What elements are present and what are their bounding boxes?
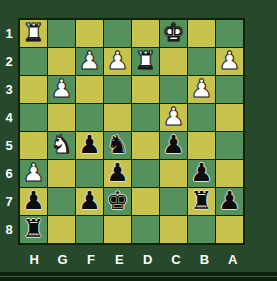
square-a2[interactable]: ♟ [216,48,243,75]
rank-label-8: 8 [0,216,18,244]
square-g6[interactable] [48,160,75,187]
square-a5[interactable] [216,132,243,159]
square-e5[interactable]: ♞ [104,132,131,159]
white-pawn[interactable]: ♟ [20,160,47,187]
square-c1[interactable]: ♚ [160,20,187,47]
black-pawn[interactable]: ♟ [216,188,243,215]
square-b6[interactable]: ♟ [188,160,215,187]
bottom-border-highlight [0,276,277,277]
square-c7[interactable] [160,188,187,215]
white-pawn[interactable]: ♟ [188,76,215,103]
square-h5[interactable] [20,132,47,159]
file-label-a: A [219,252,247,268]
white-rook[interactable]: ♜ [132,48,159,75]
rank-label-2: 2 [0,48,18,76]
black-king[interactable]: ♚ [104,188,131,215]
black-pawn[interactable]: ♟ [76,132,103,159]
chess-board: ♜♚♟♟♜♟♟♟♟♞♟♞♟♟♟♟♟♟♚♜♟♜ [18,18,245,245]
white-pawn[interactable]: ♟ [76,48,103,75]
square-f2[interactable]: ♟ [76,48,103,75]
square-g1[interactable] [48,20,75,47]
square-e8[interactable] [104,216,131,243]
square-a3[interactable] [216,76,243,103]
file-label-d: D [134,252,162,268]
white-knight[interactable]: ♞ [48,132,75,159]
black-knight[interactable]: ♞ [104,132,131,159]
square-b1[interactable] [188,20,215,47]
square-e7[interactable]: ♚ [104,188,131,215]
square-g7[interactable] [48,188,75,215]
square-b7[interactable]: ♜ [188,188,215,215]
square-a4[interactable] [216,104,243,131]
square-g2[interactable] [48,48,75,75]
square-f8[interactable] [76,216,103,243]
file-label-c: C [162,252,190,268]
square-d1[interactable] [132,20,159,47]
square-a6[interactable] [216,160,243,187]
white-king[interactable]: ♚ [160,20,187,47]
square-d5[interactable] [132,132,159,159]
square-c3[interactable] [160,76,187,103]
square-d3[interactable] [132,76,159,103]
square-h3[interactable] [20,76,47,103]
square-f4[interactable] [76,104,103,131]
square-a1[interactable] [216,20,243,47]
square-h6[interactable]: ♟ [20,160,47,187]
file-label-e: E [105,252,133,268]
black-pawn[interactable]: ♟ [104,160,131,187]
file-label-h: H [20,252,48,268]
square-d2[interactable]: ♜ [132,48,159,75]
file-label-g: G [48,252,76,268]
square-h7[interactable]: ♟ [20,188,47,215]
square-d4[interactable] [132,104,159,131]
black-rook[interactable]: ♜ [188,188,215,215]
square-b4[interactable] [188,104,215,131]
square-g4[interactable] [48,104,75,131]
chess-board-frame: 12345678 ♜♚♟♟♜♟♟♟♟♞♟♞♟♟♟♟♟♟♚♜♟♜ HGFEDCBA [0,0,277,281]
square-d7[interactable] [132,188,159,215]
square-e4[interactable] [104,104,131,131]
square-c8[interactable] [160,216,187,243]
black-rook[interactable]: ♜ [20,216,47,243]
square-d8[interactable] [132,216,159,243]
file-label-f: F [77,252,105,268]
square-d6[interactable] [132,160,159,187]
white-pawn[interactable]: ♟ [216,48,243,75]
square-h2[interactable] [20,48,47,75]
file-labels: HGFEDCBA [20,252,247,268]
rank-label-6: 6 [0,160,18,188]
square-f6[interactable] [76,160,103,187]
black-pawn[interactable]: ♟ [160,132,187,159]
square-b3[interactable]: ♟ [188,76,215,103]
square-g5[interactable]: ♞ [48,132,75,159]
black-pawn[interactable]: ♟ [20,188,47,215]
rank-label-7: 7 [0,188,18,216]
square-c2[interactable] [160,48,187,75]
square-e1[interactable] [104,20,131,47]
square-a8[interactable] [216,216,243,243]
rank-label-3: 3 [0,76,18,104]
square-a7[interactable]: ♟ [216,188,243,215]
square-g8[interactable] [48,216,75,243]
square-e2[interactable]: ♟ [104,48,131,75]
square-f3[interactable] [76,76,103,103]
square-h8[interactable]: ♜ [20,216,47,243]
black-pawn[interactable]: ♟ [188,160,215,187]
rank-label-5: 5 [0,132,18,160]
rank-label-4: 4 [0,104,18,132]
white-pawn[interactable]: ♟ [104,48,131,75]
black-pawn[interactable]: ♟ [76,188,103,215]
square-g3[interactable]: ♟ [48,76,75,103]
rank-labels: 12345678 [0,20,18,244]
square-b8[interactable] [188,216,215,243]
square-f7[interactable]: ♟ [76,188,103,215]
square-b5[interactable] [188,132,215,159]
white-rook[interactable]: ♜ [20,20,47,47]
square-f1[interactable] [76,20,103,47]
white-pawn[interactable]: ♟ [160,104,187,131]
square-e3[interactable] [104,76,131,103]
white-pawn[interactable]: ♟ [48,76,75,103]
file-label-b: B [190,252,218,268]
bottom-border [0,272,277,281]
square-c5[interactable]: ♟ [160,132,187,159]
square-c4[interactable]: ♟ [160,104,187,131]
rank-label-1: 1 [0,20,18,48]
square-e6[interactable]: ♟ [104,160,131,187]
square-c6[interactable] [160,160,187,187]
square-h1[interactable]: ♜ [20,20,47,47]
square-h4[interactable] [20,104,47,131]
square-f5[interactable]: ♟ [76,132,103,159]
square-b2[interactable] [188,48,215,75]
